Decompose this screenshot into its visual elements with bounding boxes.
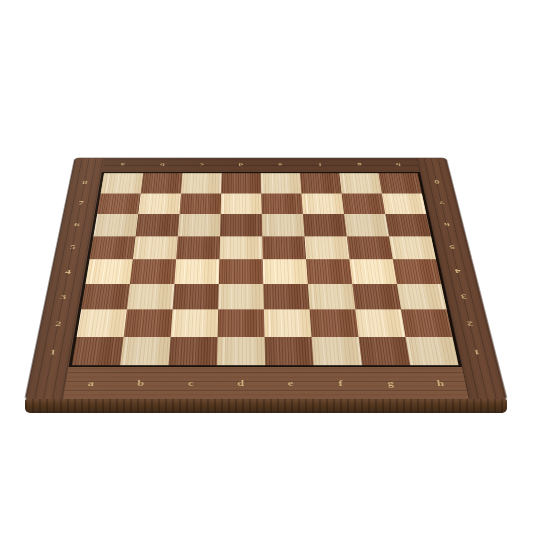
square-h4[interactable] [393,259,442,283]
square-b7[interactable] [138,193,181,214]
square-a5[interactable] [90,236,136,259]
rank-label-right-6: 6 [429,214,466,236]
square-e5[interactable] [262,236,306,259]
board-front-edge [25,399,507,413]
square-e2[interactable] [264,309,312,336]
square-a2[interactable] [77,309,127,336]
square-g8[interactable] [339,173,382,193]
file-label-bottom-d: d [215,367,266,400]
square-d1[interactable] [217,337,265,366]
square-d2[interactable] [218,309,265,336]
square-b4[interactable] [130,259,176,283]
square-h1[interactable] [406,337,459,366]
square-g6[interactable] [344,214,389,236]
file-label-bottom-e: e [265,367,317,400]
file-label-top-c: c [181,158,221,172]
square-g2[interactable] [355,309,405,336]
file-label-top-g: g [339,158,380,172]
file-label-top-a: a [102,158,143,172]
square-e3[interactable] [263,284,309,310]
square-f1[interactable] [312,337,362,366]
file-label-top-f: f [300,158,341,172]
square-d7[interactable] [221,193,262,214]
square-d3[interactable] [218,284,264,310]
square-g4[interactable] [349,259,396,283]
square-e7[interactable] [261,193,303,214]
square-b5[interactable] [133,236,178,259]
rank-label-left-5: 5 [54,236,91,259]
square-a6[interactable] [93,214,138,236]
rank-label-left-3: 3 [44,284,83,310]
square-b1[interactable] [120,337,170,366]
file-label-bottom-f: f [314,367,367,400]
rank-label-left-6: 6 [59,214,95,236]
square-f6[interactable] [303,214,347,236]
file-label-bottom-c: c [165,367,217,400]
square-f3[interactable] [308,284,356,310]
square-h6[interactable] [385,214,431,236]
square-e1[interactable] [265,337,314,366]
square-a3[interactable] [81,284,130,310]
square-h2[interactable] [401,309,452,336]
square-c6[interactable] [178,214,221,236]
square-h8[interactable] [378,173,421,193]
square-e4[interactable] [263,259,308,283]
file-labels-bottom: abcdefgh [63,367,469,400]
rank-label-right-2: 2 [450,310,492,338]
square-b6[interactable] [136,214,180,236]
playing-area [69,172,462,367]
rank-label-right-3: 3 [444,284,484,310]
file-label-bottom-a: a [63,367,118,400]
square-f2[interactable] [310,309,359,336]
square-g5[interactable] [347,236,393,259]
file-label-top-d: d [221,158,261,172]
rank-label-left-1: 1 [32,338,74,367]
squares-grid [72,173,459,365]
square-d8[interactable] [221,173,261,193]
square-a4[interactable] [85,259,132,283]
rank-label-left-7: 7 [63,192,98,213]
square-g3[interactable] [352,284,401,310]
square-c4[interactable] [174,259,219,283]
square-g7[interactable] [342,193,386,214]
square-a1[interactable] [72,337,124,366]
rank-label-left-4: 4 [49,259,87,284]
square-e8[interactable] [261,173,302,193]
square-b2[interactable] [124,309,173,336]
square-d5[interactable] [219,236,262,259]
file-label-bottom-b: b [114,367,167,400]
rank-label-right-1: 1 [456,338,499,367]
square-c5[interactable] [176,236,220,259]
rank-label-right-5: 5 [434,236,472,259]
file-label-bottom-g: g [364,367,419,400]
square-e6[interactable] [262,214,305,236]
square-f7[interactable] [301,193,344,214]
square-a8[interactable] [101,173,144,193]
square-h7[interactable] [382,193,427,214]
file-labels-top: abcdefgh [102,158,420,172]
chess-board: abcdefgh abcdefgh 87654321 87654321 [25,158,507,400]
file-label-top-b: b [142,158,183,172]
file-label-top-h: h [378,158,420,172]
rank-label-right-7: 7 [424,192,460,213]
square-b3[interactable] [127,284,175,310]
square-d6[interactable] [220,214,262,236]
scene: abcdefgh abcdefgh 87654321 87654321 [0,0,533,533]
file-label-top-e: e [260,158,300,172]
square-h5[interactable] [389,236,436,259]
square-f8[interactable] [300,173,342,193]
rank-label-left-8: 8 [68,172,102,192]
square-f5[interactable] [304,236,349,259]
square-c3[interactable] [173,284,219,310]
square-f4[interactable] [306,259,352,283]
square-b8[interactable] [141,173,183,193]
square-g1[interactable] [359,337,411,366]
square-c2[interactable] [171,309,219,336]
square-c1[interactable] [169,337,218,366]
file-label-bottom-h: h [413,367,469,400]
rank-label-right-4: 4 [439,259,478,284]
square-h3[interactable] [397,284,447,310]
square-c7[interactable] [179,193,221,214]
rank-label-left-2: 2 [38,310,78,338]
rank-label-right-8: 8 [420,172,455,192]
square-a7[interactable] [97,193,141,214]
square-d4[interactable] [219,259,263,283]
square-c8[interactable] [181,173,222,193]
